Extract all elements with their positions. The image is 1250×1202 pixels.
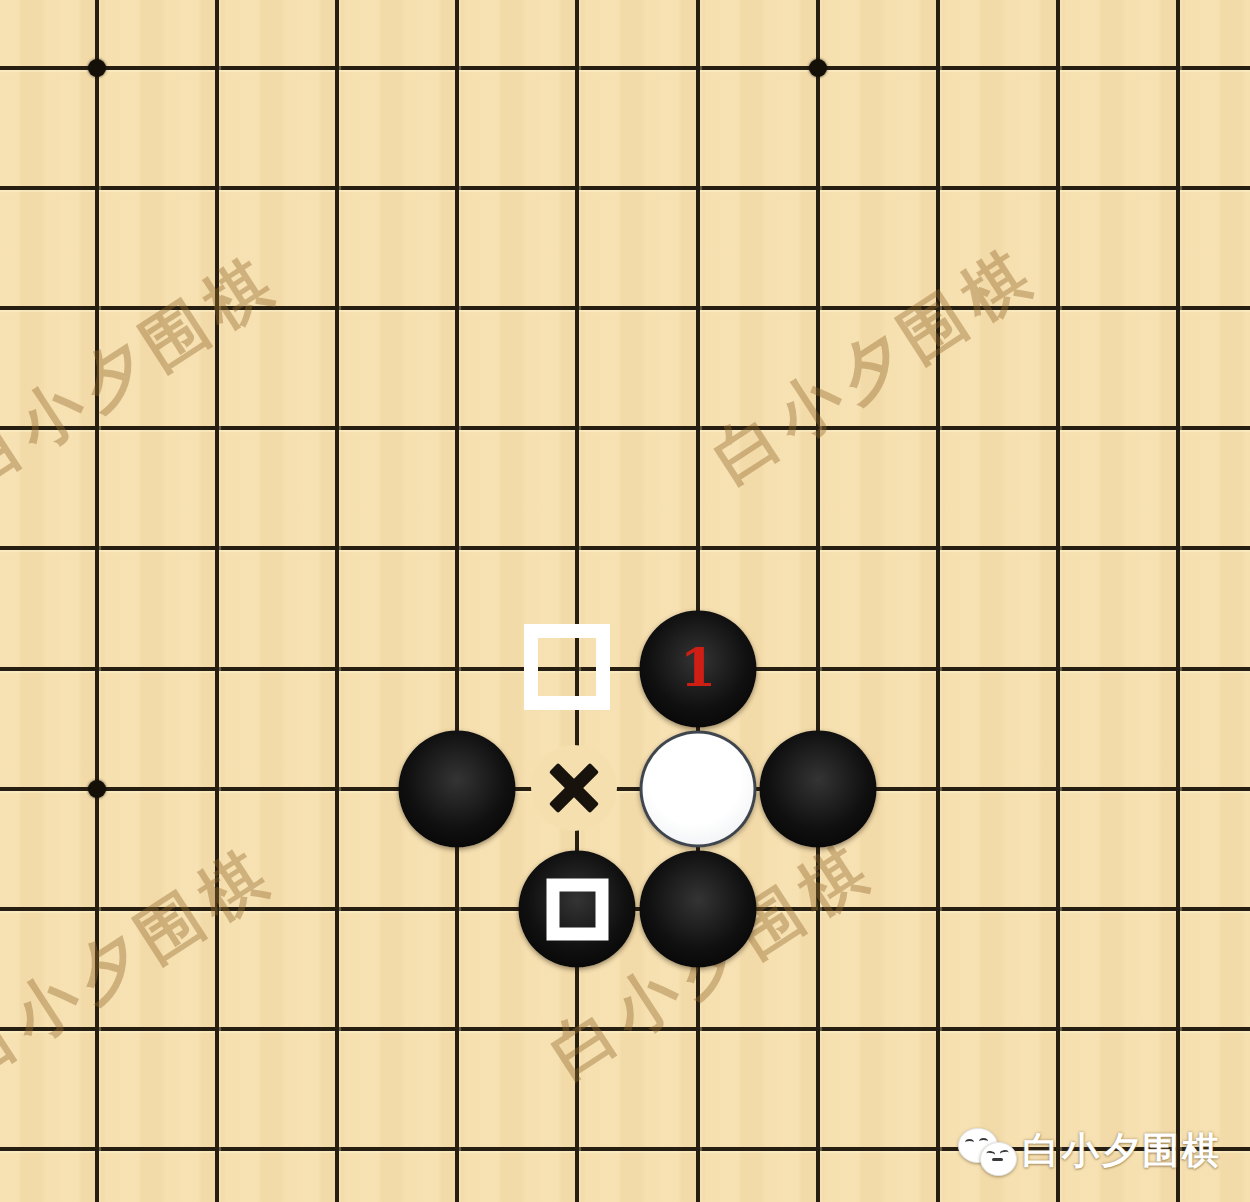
white-stone [640,731,757,848]
watermark-text: 白小夕围棋 [0,828,291,1102]
grid-line-horizontal [0,667,1250,671]
x-marker [531,745,617,831]
grid-line-vertical [215,0,219,1202]
black-stone [760,731,877,848]
logo: 白小夕围棋 [950,1122,1222,1180]
stone-move-number: 1 [680,642,716,694]
grid-line-vertical [95,0,99,1202]
watermark-text: 白小夕围棋 [0,236,296,510]
star-point [809,59,827,77]
square-marker-on-stone [546,878,608,940]
black-stone [399,731,516,848]
watermark-text: 白小夕围棋 [696,228,1054,502]
open-square-marker [524,624,610,710]
grid-line-vertical [1176,0,1180,1202]
grid-line-vertical [816,0,820,1202]
grid-line-horizontal [0,787,1250,791]
black-stone: 1 [640,611,757,728]
star-point [88,780,106,798]
grid-line-horizontal [0,1147,1250,1151]
mascot-blob-small [958,1128,998,1163]
grid-line-vertical [696,0,700,1202]
black-stone [640,851,757,968]
grid-line-horizontal [0,546,1250,550]
grid-line-vertical [455,0,459,1202]
logo-mascot-icon [950,1122,1022,1180]
go-board-diagram: 白小夕围棋白小夕围棋白小夕围棋白小夕围棋 1 白小夕围棋 [0,0,1250,1202]
grid-line-vertical [936,0,940,1202]
logo-text: 白小夕围棋 [1022,1126,1222,1176]
star-point [88,59,106,77]
grid-line-vertical [335,0,339,1202]
grid-line-vertical [575,0,579,1202]
grid-line-horizontal [0,66,1250,70]
grid-line-vertical [1056,0,1060,1202]
black-stone [519,851,636,968]
grid-line-horizontal [0,426,1250,430]
grid-line-horizontal [0,186,1250,190]
grid-line-horizontal [0,306,1250,310]
grid-line-horizontal [0,1027,1250,1031]
